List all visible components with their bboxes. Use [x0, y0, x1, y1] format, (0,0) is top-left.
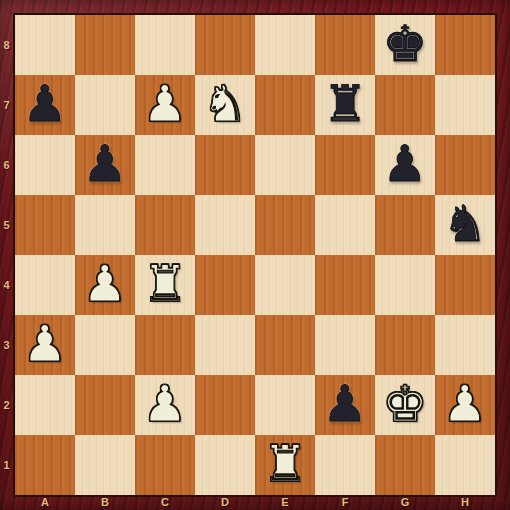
square-f6[interactable] [315, 135, 375, 195]
square-c8[interactable] [135, 15, 195, 75]
square-e8[interactable] [255, 15, 315, 75]
square-f5[interactable] [315, 195, 375, 255]
file-label-a: A [15, 495, 75, 510]
piece-black-pawn-f2[interactable]: ♟ [315, 375, 375, 435]
square-g8[interactable]: ♚ [375, 15, 435, 75]
square-c1[interactable] [135, 435, 195, 495]
square-b3[interactable] [75, 315, 135, 375]
square-a5[interactable] [15, 195, 75, 255]
square-b8[interactable] [75, 15, 135, 75]
square-g4[interactable] [375, 255, 435, 315]
rank-label-5: 5 [0, 195, 13, 255]
square-h6[interactable] [435, 135, 495, 195]
piece-black-king-g8[interactable]: ♚ [375, 15, 435, 75]
square-a6[interactable] [15, 135, 75, 195]
square-h4[interactable] [435, 255, 495, 315]
square-h5[interactable]: ♞ [435, 195, 495, 255]
file-label-d: D [195, 495, 255, 510]
square-d6[interactable] [195, 135, 255, 195]
square-d7[interactable]: ♞ [195, 75, 255, 135]
rank-label-7: 7 [0, 75, 13, 135]
rank-label-6: 6 [0, 135, 13, 195]
square-b1[interactable] [75, 435, 135, 495]
square-f3[interactable] [315, 315, 375, 375]
piece-black-pawn-g6[interactable]: ♟ [375, 135, 435, 195]
rank-label-3: 3 [0, 315, 13, 375]
square-b2[interactable] [75, 375, 135, 435]
square-a4[interactable] [15, 255, 75, 315]
square-c7[interactable]: ♟ [135, 75, 195, 135]
rank-label-2: 2 [0, 375, 13, 435]
square-a1[interactable] [15, 435, 75, 495]
square-c2[interactable]: ♟ [135, 375, 195, 435]
square-e5[interactable] [255, 195, 315, 255]
square-d8[interactable] [195, 15, 255, 75]
piece-black-pawn-a7[interactable]: ♟ [15, 75, 75, 135]
square-e2[interactable] [255, 375, 315, 435]
piece-white-pawn-c7[interactable]: ♟ [135, 75, 195, 135]
square-b7[interactable] [75, 75, 135, 135]
piece-white-pawn-a3[interactable]: ♟ [15, 315, 75, 375]
square-h8[interactable] [435, 15, 495, 75]
square-c4[interactable]: ♜ [135, 255, 195, 315]
square-d4[interactable] [195, 255, 255, 315]
square-e7[interactable] [255, 75, 315, 135]
square-b5[interactable] [75, 195, 135, 255]
file-label-g: G [375, 495, 435, 510]
rank-label-8: 8 [0, 15, 13, 75]
piece-white-pawn-c2[interactable]: ♟ [135, 375, 195, 435]
square-f1[interactable] [315, 435, 375, 495]
board-border: ♚♟♟♞♜♟♟♞♟♜♟♟♟♚♟♜ [13, 13, 497, 497]
piece-black-knight-h5[interactable]: ♞ [435, 195, 495, 255]
square-c3[interactable] [135, 315, 195, 375]
square-b6[interactable]: ♟ [75, 135, 135, 195]
piece-white-rook-e1[interactable]: ♜ [255, 435, 315, 495]
square-h3[interactable] [435, 315, 495, 375]
file-label-b: B [75, 495, 135, 510]
square-f2[interactable]: ♟ [315, 375, 375, 435]
file-label-e: E [255, 495, 315, 510]
square-g3[interactable] [375, 315, 435, 375]
square-c6[interactable] [135, 135, 195, 195]
square-f4[interactable] [315, 255, 375, 315]
square-c5[interactable] [135, 195, 195, 255]
piece-black-pawn-b6[interactable]: ♟ [75, 135, 135, 195]
piece-white-rook-c4[interactable]: ♜ [135, 255, 195, 315]
file-label-c: C [135, 495, 195, 510]
square-g7[interactable] [375, 75, 435, 135]
rank-label-4: 4 [0, 255, 13, 315]
square-g5[interactable] [375, 195, 435, 255]
chess-board: ♚♟♟♞♜♟♟♞♟♜♟♟♟♚♟♜ [15, 15, 495, 495]
rank-label-1: 1 [0, 435, 13, 495]
piece-white-knight-d7[interactable]: ♞ [195, 75, 255, 135]
square-e6[interactable] [255, 135, 315, 195]
square-e1[interactable]: ♜ [255, 435, 315, 495]
square-a7[interactable]: ♟ [15, 75, 75, 135]
square-b4[interactable]: ♟ [75, 255, 135, 315]
square-a2[interactable] [15, 375, 75, 435]
square-h7[interactable] [435, 75, 495, 135]
board-frame: ♚♟♟♞♜♟♟♞♟♜♟♟♟♚♟♜ 87654321ABCDEFGH [0, 0, 510, 510]
piece-black-rook-f7[interactable]: ♜ [315, 75, 375, 135]
square-d5[interactable] [195, 195, 255, 255]
square-f7[interactable]: ♜ [315, 75, 375, 135]
file-label-f: F [315, 495, 375, 510]
file-label-h: H [435, 495, 495, 510]
square-h2[interactable]: ♟ [435, 375, 495, 435]
square-a8[interactable] [15, 15, 75, 75]
square-d1[interactable] [195, 435, 255, 495]
piece-white-pawn-h2[interactable]: ♟ [435, 375, 495, 435]
piece-white-pawn-b4[interactable]: ♟ [75, 255, 135, 315]
square-f8[interactable] [315, 15, 375, 75]
square-g2[interactable]: ♚ [375, 375, 435, 435]
square-a3[interactable]: ♟ [15, 315, 75, 375]
square-h1[interactable] [435, 435, 495, 495]
square-d2[interactable] [195, 375, 255, 435]
square-g1[interactable] [375, 435, 435, 495]
square-d3[interactable] [195, 315, 255, 375]
square-e3[interactable] [255, 315, 315, 375]
square-e4[interactable] [255, 255, 315, 315]
piece-white-king-g2[interactable]: ♚ [375, 375, 435, 435]
square-g6[interactable]: ♟ [375, 135, 435, 195]
